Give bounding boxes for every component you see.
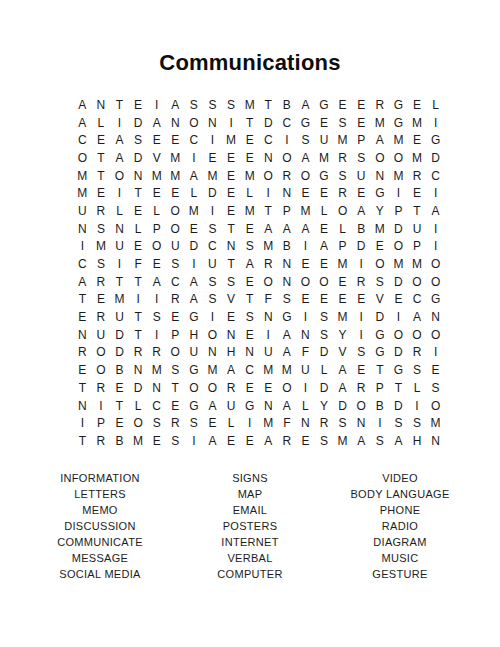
grid-cell[interactable]: T (222, 255, 241, 273)
grid-cell[interactable]: E (408, 184, 427, 202)
grid-cell[interactable]: R (371, 96, 390, 114)
grid-cell[interactable]: N (73, 326, 92, 344)
grid-cell[interactable]: A (296, 220, 315, 238)
grid-cell[interactable]: E (296, 291, 315, 309)
grid-cell[interactable]: E (92, 291, 111, 309)
grid-cell[interactable]: S (203, 273, 222, 291)
grid-cell[interactable]: M (240, 96, 259, 114)
grid-cell[interactable]: A (352, 202, 371, 220)
grid-cell[interactable]: E (352, 114, 371, 132)
grid-cell[interactable]: E (315, 184, 334, 202)
grid-cell[interactable]: I (278, 131, 297, 149)
grid-cell[interactable]: C (240, 361, 259, 379)
grid-cell[interactable]: A (147, 114, 166, 132)
grid-cell[interactable]: U (352, 167, 371, 185)
grid-cell[interactable]: R (333, 184, 352, 202)
grid-cell[interactable]: M (278, 361, 297, 379)
grid-cell[interactable]: P (147, 220, 166, 238)
grid-cell[interactable]: I (426, 220, 445, 238)
grid-cell[interactable]: A (352, 432, 371, 450)
grid-cell[interactable]: M (389, 131, 408, 149)
grid-cell[interactable]: M (259, 414, 278, 432)
grid-cell[interactable]: I (73, 238, 92, 256)
grid-cell[interactable]: E (240, 379, 259, 397)
grid-cell[interactable]: O (166, 202, 185, 220)
grid-cell[interactable]: E (240, 131, 259, 149)
grid-cell[interactable]: G (426, 291, 445, 309)
grid-cell[interactable]: T (259, 96, 278, 114)
grid-cell[interactable]: R (166, 414, 185, 432)
grid-cell[interactable]: I (110, 114, 129, 132)
grid-cell[interactable]: O (296, 167, 315, 185)
grid-cell[interactable]: O (278, 149, 297, 167)
grid-cell[interactable]: D (129, 379, 148, 397)
grid-cell[interactable]: T (73, 291, 92, 309)
grid-cell[interactable]: T (222, 220, 241, 238)
grid-cell[interactable]: M (333, 432, 352, 450)
grid-cell[interactable]: P (408, 238, 427, 256)
grid-cell[interactable]: C (185, 131, 204, 149)
grid-cell[interactable]: O (389, 149, 408, 167)
grid-cell[interactable]: N (259, 397, 278, 415)
grid-cell[interactable]: P (278, 202, 297, 220)
grid-cell[interactable]: A (166, 96, 185, 114)
grid-cell[interactable]: G (389, 114, 408, 132)
grid-cell[interactable]: I (203, 202, 222, 220)
grid-cell[interactable]: Y (315, 397, 334, 415)
grid-cell[interactable]: R (92, 273, 111, 291)
grid-cell[interactable]: D (426, 149, 445, 167)
grid-cell[interactable]: I (185, 149, 204, 167)
grid-cell[interactable]: O (296, 273, 315, 291)
grid-cell[interactable]: A (110, 149, 129, 167)
grid-cell[interactable]: R (92, 379, 111, 397)
grid-cell[interactable]: T (240, 114, 259, 132)
grid-cell[interactable]: O (110, 167, 129, 185)
grid-cell[interactable]: E (222, 308, 241, 326)
grid-cell[interactable]: A (315, 238, 334, 256)
grid-cell[interactable]: O (259, 167, 278, 185)
grid-cell[interactable]: N (278, 255, 297, 273)
grid-cell[interactable]: T (92, 149, 111, 167)
grid-cell[interactable]: S (222, 96, 241, 114)
grid-cell[interactable]: D (389, 273, 408, 291)
grid-cell[interactable]: A (259, 220, 278, 238)
grid-cell[interactable]: A (185, 167, 204, 185)
grid-cell[interactable]: I (296, 238, 315, 256)
grid-cell[interactable]: I (426, 184, 445, 202)
grid-cell[interactable]: P (371, 379, 390, 397)
grid-cell[interactable]: T (129, 308, 148, 326)
grid-cell[interactable]: E (315, 255, 334, 273)
grid-cell[interactable]: B (110, 361, 129, 379)
grid-cell[interactable]: M (259, 238, 278, 256)
grid-cell[interactable]: D (389, 397, 408, 415)
grid-cell[interactable]: T (129, 184, 148, 202)
grid-cell[interactable]: G (185, 308, 204, 326)
grid-cell[interactable]: U (73, 202, 92, 220)
grid-cell[interactable]: R (333, 149, 352, 167)
grid-cell[interactable]: I (408, 397, 427, 415)
grid-cell[interactable]: P (352, 131, 371, 149)
grid-cell[interactable]: R (92, 432, 111, 450)
grid-cell[interactable]: I (426, 344, 445, 362)
grid-cell[interactable]: N (259, 308, 278, 326)
grid-cell[interactable]: M (333, 255, 352, 273)
grid-cell[interactable]: H (222, 344, 241, 362)
grid-cell[interactable]: O (371, 255, 390, 273)
grid-cell[interactable]: S (222, 273, 241, 291)
grid-cell[interactable]: D (333, 397, 352, 415)
grid-cell[interactable]: I (147, 96, 166, 114)
grid-cell[interactable]: A (278, 397, 297, 415)
grid-cell[interactable]: E (129, 238, 148, 256)
grid-cell[interactable]: A (389, 432, 408, 450)
grid-cell[interactable]: G (371, 344, 390, 362)
grid-cell[interactable]: S (333, 114, 352, 132)
grid-cell[interactable]: G (315, 167, 334, 185)
grid-cell[interactable]: S (315, 326, 334, 344)
grid-cell[interactable]: E (408, 131, 427, 149)
grid-cell[interactable]: D (203, 184, 222, 202)
grid-cell[interactable]: S (166, 361, 185, 379)
grid-cell[interactable]: S (240, 238, 259, 256)
grid-cell[interactable]: E (222, 432, 241, 450)
grid-cell[interactable]: O (333, 202, 352, 220)
grid-cell[interactable]: E (147, 432, 166, 450)
grid-cell[interactable]: T (73, 432, 92, 450)
grid-cell[interactable]: V (222, 291, 241, 309)
grid-cell[interactable]: O (203, 326, 222, 344)
grid-cell[interactable]: S (92, 220, 111, 238)
grid-cell[interactable]: G (389, 96, 408, 114)
grid-cell[interactable]: O (129, 414, 148, 432)
grid-cell[interactable]: E (333, 273, 352, 291)
grid-cell[interactable]: M (240, 167, 259, 185)
grid-cell[interactable]: O (185, 379, 204, 397)
grid-cell[interactable]: G (371, 184, 390, 202)
grid-cell[interactable]: M (259, 361, 278, 379)
grid-cell[interactable]: N (296, 414, 315, 432)
grid-cell[interactable]: E (352, 361, 371, 379)
grid-cell[interactable]: R (408, 344, 427, 362)
grid-cell[interactable]: U (92, 326, 111, 344)
grid-cell[interactable]: U (222, 397, 241, 415)
grid-cell[interactable]: M (203, 361, 222, 379)
grid-cell[interactable]: T (110, 273, 129, 291)
grid-cell[interactable]: N (222, 238, 241, 256)
grid-cell[interactable]: N (73, 397, 92, 415)
grid-cell[interactable]: U (110, 238, 129, 256)
grid-cell[interactable]: U (185, 344, 204, 362)
grid-cell[interactable]: A (333, 361, 352, 379)
grid-cell[interactable]: A (73, 273, 92, 291)
grid-cell[interactable]: E (315, 220, 334, 238)
grid-cell[interactable]: D (389, 220, 408, 238)
grid-cell[interactable]: S (92, 255, 111, 273)
grid-cell[interactable]: S (315, 308, 334, 326)
grid-cell[interactable]: U (259, 344, 278, 362)
grid-cell[interactable]: S (389, 414, 408, 432)
grid-cell[interactable]: E (240, 273, 259, 291)
grid-cell[interactable]: S (426, 379, 445, 397)
grid-cell[interactable]: S (185, 414, 204, 432)
grid-cell[interactable]: S (185, 96, 204, 114)
grid-cell[interactable]: E (352, 184, 371, 202)
grid-cell[interactable]: S (352, 344, 371, 362)
grid-cell[interactable]: C (278, 114, 297, 132)
grid-cell[interactable]: O (185, 114, 204, 132)
grid-cell[interactable]: R (352, 379, 371, 397)
grid-cell[interactable]: E (129, 202, 148, 220)
grid-cell[interactable]: M (408, 255, 427, 273)
grid-cell[interactable]: M (129, 432, 148, 450)
grid-cell[interactable]: M (166, 149, 185, 167)
grid-cell[interactable]: T (129, 273, 148, 291)
grid-cell[interactable]: R (222, 379, 241, 397)
grid-cell[interactable]: O (73, 149, 92, 167)
grid-cell[interactable]: D (389, 344, 408, 362)
grid-cell[interactable]: A (296, 149, 315, 167)
grid-cell[interactable]: R (129, 344, 148, 362)
grid-cell[interactable]: E (203, 414, 222, 432)
grid-cell[interactable]: L (296, 397, 315, 415)
grid-cell[interactable]: I (259, 184, 278, 202)
grid-cell[interactable]: G (315, 96, 334, 114)
grid-cell[interactable]: M (426, 414, 445, 432)
grid-cell[interactable]: I (352, 308, 371, 326)
grid-cell[interactable]: O (426, 326, 445, 344)
grid-cell[interactable]: E (240, 326, 259, 344)
grid-cell[interactable]: S (203, 291, 222, 309)
grid-cell[interactable]: T (371, 361, 390, 379)
grid-cell[interactable]: N (371, 167, 390, 185)
grid-cell[interactable]: P (389, 202, 408, 220)
grid-cell[interactable]: O (92, 361, 111, 379)
grid-cell[interactable]: O (278, 379, 297, 397)
grid-cell[interactable]: E (92, 184, 111, 202)
grid-cell[interactable]: C (259, 131, 278, 149)
grid-cell[interactable]: C (408, 291, 427, 309)
grid-cell[interactable]: I (203, 131, 222, 149)
grid-cell[interactable]: S (352, 149, 371, 167)
grid-cell[interactable]: I (426, 114, 445, 132)
grid-cell[interactable]: E (259, 379, 278, 397)
grid-cell[interactable]: L (408, 379, 427, 397)
grid-cell[interactable]: M (371, 114, 390, 132)
grid-cell[interactable]: C (166, 273, 185, 291)
grid-cell[interactable]: S (371, 432, 390, 450)
grid-cell[interactable]: B (278, 238, 297, 256)
grid-cell[interactable]: A (203, 397, 222, 415)
grid-cell[interactable]: M (240, 202, 259, 220)
grid-cell[interactable]: I (389, 308, 408, 326)
grid-cell[interactable]: M (147, 167, 166, 185)
grid-cell[interactable]: E (147, 131, 166, 149)
grid-cell[interactable]: U (166, 238, 185, 256)
grid-cell[interactable]: M (371, 220, 390, 238)
grid-cell[interactable]: M (110, 291, 129, 309)
grid-cell[interactable]: B (110, 432, 129, 450)
grid-cell[interactable]: A (259, 432, 278, 450)
grid-cell[interactable]: C (73, 255, 92, 273)
grid-cell[interactable]: E (129, 96, 148, 114)
grid-cell[interactable]: S (278, 291, 297, 309)
grid-cell[interactable]: T (240, 291, 259, 309)
grid-cell[interactable]: D (129, 149, 148, 167)
grid-cell[interactable]: R (408, 167, 427, 185)
grid-cell[interactable]: L (185, 184, 204, 202)
grid-cell[interactable]: O (259, 273, 278, 291)
grid-cell[interactable]: E (110, 414, 129, 432)
grid-cell[interactable]: D (110, 326, 129, 344)
grid-cell[interactable]: E (333, 291, 352, 309)
grid-cell[interactable]: D (352, 238, 371, 256)
grid-cell[interactable]: N (222, 326, 241, 344)
grid-cell[interactable]: G (389, 361, 408, 379)
grid-cell[interactable]: M (315, 149, 334, 167)
grid-cell[interactable]: A (278, 344, 297, 362)
grid-cell[interactable]: M (333, 308, 352, 326)
grid-cell[interactable]: O (315, 273, 334, 291)
grid-cell[interactable]: L (147, 202, 166, 220)
grid-cell[interactable]: N (129, 361, 148, 379)
grid-cell[interactable]: A (296, 96, 315, 114)
grid-cell[interactable]: E (426, 361, 445, 379)
grid-cell[interactable]: P (333, 238, 352, 256)
grid-cell[interactable]: O (92, 344, 111, 362)
grid-cell[interactable]: E (240, 432, 259, 450)
grid-cell[interactable]: E (352, 96, 371, 114)
grid-cell[interactable]: N (110, 220, 129, 238)
grid-cell[interactable]: E (315, 114, 334, 132)
grid-cell[interactable]: O (371, 149, 390, 167)
grid-cell[interactable]: B (278, 96, 297, 114)
grid-cell[interactable]: B (352, 220, 371, 238)
grid-cell[interactable]: D (315, 379, 334, 397)
grid-cell[interactable]: A (185, 273, 204, 291)
grid-cell[interactable]: N (147, 379, 166, 397)
grid-cell[interactable]: L (333, 220, 352, 238)
grid-cell[interactable]: R (278, 432, 297, 450)
grid-cell[interactable]: E (166, 308, 185, 326)
grid-cell[interactable]: O (408, 326, 427, 344)
grid-cell[interactable]: T (259, 202, 278, 220)
grid-cell[interactable]: S (315, 432, 334, 450)
grid-cell[interactable]: G (185, 361, 204, 379)
grid-cell[interactable]: I (371, 414, 390, 432)
grid-cell[interactable]: O (426, 273, 445, 291)
grid-cell[interactable]: A (110, 131, 129, 149)
grid-cell[interactable]: G (296, 114, 315, 132)
grid-cell[interactable]: I (352, 326, 371, 344)
grid-cell[interactable]: I (129, 291, 148, 309)
grid-cell[interactable]: N (278, 273, 297, 291)
grid-cell[interactable]: U (315, 131, 334, 149)
grid-cell[interactable]: E (371, 238, 390, 256)
grid-cell[interactable]: R (92, 202, 111, 220)
grid-cell[interactable]: O (389, 326, 408, 344)
grid-cell[interactable]: R (147, 344, 166, 362)
grid-cell[interactable]: S (166, 432, 185, 450)
grid-cell[interactable]: T (110, 96, 129, 114)
grid-cell[interactable]: S (371, 273, 390, 291)
grid-cell[interactable]: I (73, 414, 92, 432)
grid-cell[interactable]: N (203, 344, 222, 362)
grid-cell[interactable]: R (315, 414, 334, 432)
grid-cell[interactable]: M (73, 167, 92, 185)
grid-cell[interactable]: R (278, 167, 297, 185)
grid-cell[interactable]: V (333, 344, 352, 362)
grid-cell[interactable]: L (129, 220, 148, 238)
grid-cell[interactable]: E (296, 184, 315, 202)
grid-cell[interactable]: G (426, 131, 445, 149)
grid-cell[interactable]: E (296, 255, 315, 273)
grid-cell[interactable]: E (389, 291, 408, 309)
grid-cell[interactable]: T (389, 379, 408, 397)
grid-cell[interactable]: Y (371, 202, 390, 220)
grid-cell[interactable]: A (371, 131, 390, 149)
grid-cell[interactable]: I (185, 255, 204, 273)
grid-cell[interactable]: N (240, 344, 259, 362)
grid-cell[interactable]: S (296, 131, 315, 149)
grid-cell[interactable]: I (110, 184, 129, 202)
grid-cell[interactable]: I (296, 379, 315, 397)
grid-cell[interactable]: I (240, 414, 259, 432)
grid-cell[interactable]: R (352, 273, 371, 291)
grid-cell[interactable]: P (92, 414, 111, 432)
grid-cell[interactable]: R (259, 255, 278, 273)
grid-cell[interactable]: M (147, 361, 166, 379)
grid-cell[interactable]: N (166, 114, 185, 132)
grid-cell[interactable]: U (110, 308, 129, 326)
grid-cell[interactable]: E (185, 220, 204, 238)
grid-cell[interactable]: R (92, 308, 111, 326)
grid-cell[interactable]: D (110, 344, 129, 362)
grid-cell[interactable]: L (426, 96, 445, 114)
grid-cell[interactable]: E (240, 149, 259, 167)
grid-cell[interactable]: F (259, 291, 278, 309)
grid-cell[interactable]: H (185, 326, 204, 344)
grid-cell[interactable]: L (222, 414, 241, 432)
grid-cell[interactable]: E (222, 167, 241, 185)
grid-cell[interactable]: T (166, 379, 185, 397)
grid-cell[interactable]: M (389, 255, 408, 273)
grid-cell[interactable]: I (352, 255, 371, 273)
grid-cell[interactable]: I (110, 255, 129, 273)
grid-cell[interactable]: N (259, 149, 278, 167)
grid-cell[interactable]: E (166, 184, 185, 202)
grid-cell[interactable]: N (296, 326, 315, 344)
grid-cell[interactable]: M (389, 167, 408, 185)
grid-cell[interactable]: S (333, 414, 352, 432)
grid-cell[interactable]: D (315, 344, 334, 362)
grid-cell[interactable]: O (408, 273, 427, 291)
grid-cell[interactable]: C (203, 238, 222, 256)
grid-cell[interactable]: O (166, 220, 185, 238)
grid-cell[interactable]: A (408, 308, 427, 326)
grid-cell[interactable]: S (240, 308, 259, 326)
grid-cell[interactable]: L (110, 202, 129, 220)
grid-cell[interactable]: I (296, 308, 315, 326)
grid-cell[interactable]: I (259, 326, 278, 344)
grid-cell[interactable]: C (147, 397, 166, 415)
grid-cell[interactable]: H (408, 432, 427, 450)
grid-cell[interactable]: M (166, 167, 185, 185)
grid-cell[interactable]: T (408, 202, 427, 220)
grid-cell[interactable]: N (129, 167, 148, 185)
grid-cell[interactable]: D (371, 308, 390, 326)
